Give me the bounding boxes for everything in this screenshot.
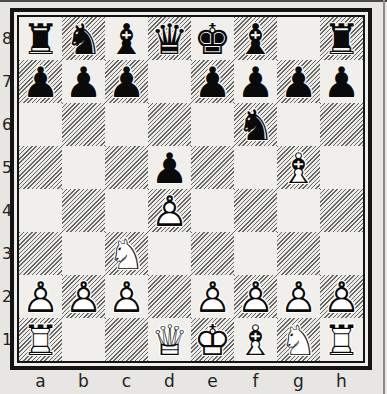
- square-e3: [191, 232, 234, 275]
- file-label-f: f: [234, 371, 277, 391]
- top-edge-line: [0, 0, 387, 2]
- piece-bp-d5-icon: ♟: [148, 146, 191, 189]
- piece-wb-f1-icon: ♝♗: [234, 318, 277, 361]
- piece-wp-d4-icon: ♟♙: [148, 189, 191, 232]
- square-e1: ♚♔: [191, 318, 234, 361]
- square-b5: [62, 146, 105, 189]
- square-f8: ♝: [234, 17, 277, 60]
- square-g8: [277, 17, 320, 60]
- square-c1: [105, 318, 148, 361]
- square-f1: ♝♗: [234, 318, 277, 361]
- piece-bp-h7-icon: ♟: [320, 60, 363, 103]
- chess-board: ♜♞♝♛♚♝♜♟♟♟♟♟♟♟♞♟♝♗♟♙♞♘♟♙♟♙♟♙♟♙♟♙♟♙♟♙♜♖♛♕…: [19, 17, 363, 361]
- square-f7: ♟: [234, 60, 277, 103]
- square-d6: [148, 103, 191, 146]
- square-h3: [320, 232, 363, 275]
- square-g5: ♝♗: [277, 146, 320, 189]
- piece-bp-e7-icon: ♟: [191, 60, 234, 103]
- file-label-b: b: [62, 371, 105, 391]
- square-d4: ♟♙: [148, 189, 191, 232]
- square-e6: [191, 103, 234, 146]
- square-d5: ♟: [148, 146, 191, 189]
- piece-bp-b7-icon: ♟: [62, 60, 105, 103]
- file-label-a: a: [19, 371, 62, 391]
- piece-wp-b2-icon: ♟♙: [62, 275, 105, 318]
- file-label-h: h: [320, 371, 363, 391]
- file-label-e: e: [191, 371, 234, 391]
- piece-bq-d8-icon: ♛: [148, 17, 191, 60]
- square-b2: ♟♙: [62, 275, 105, 318]
- square-a3: [19, 232, 62, 275]
- square-a6: [19, 103, 62, 146]
- right-edge-line: [383, 0, 385, 394]
- piece-br-h8-icon: ♜: [320, 17, 363, 60]
- square-e7: ♟: [191, 60, 234, 103]
- square-f3: [234, 232, 277, 275]
- piece-wr-a1-icon: ♜♖: [19, 318, 62, 361]
- square-d7: [148, 60, 191, 103]
- piece-wp-g2-icon: ♟♙: [277, 275, 320, 318]
- square-d1: ♛♕: [148, 318, 191, 361]
- square-f2: ♟♙: [234, 275, 277, 318]
- square-c5: [105, 146, 148, 189]
- square-g4: [277, 189, 320, 232]
- piece-wb-g5-icon: ♝♗: [277, 146, 320, 189]
- square-f6: ♞: [234, 103, 277, 146]
- square-c4: [105, 189, 148, 232]
- piece-wk-e1-icon: ♚♔: [191, 318, 234, 361]
- square-h8: ♜: [320, 17, 363, 60]
- square-c6: [105, 103, 148, 146]
- piece-bk-e8-icon: ♚: [191, 17, 234, 60]
- square-g1: ♞♘: [277, 318, 320, 361]
- chess-diagram: 87654321 ♜♞♝♛♚♝♜♟♟♟♟♟♟♟♞♟♝♗♟♙♞♘♟♙♟♙♟♙♟♙♟…: [0, 0, 387, 394]
- square-f5: [234, 146, 277, 189]
- piece-bb-f8-icon: ♝: [234, 17, 277, 60]
- square-b3: [62, 232, 105, 275]
- square-b8: ♞: [62, 17, 105, 60]
- square-a7: ♟: [19, 60, 62, 103]
- piece-bn-f6-icon: ♞: [234, 103, 277, 146]
- file-label-d: d: [148, 371, 191, 391]
- square-g6: [277, 103, 320, 146]
- piece-bp-g7-icon: ♟: [277, 60, 320, 103]
- piece-wn-g1-icon: ♞♘: [277, 318, 320, 361]
- piece-bp-f7-icon: ♟: [234, 60, 277, 103]
- piece-wp-c2-icon: ♟♙: [105, 275, 148, 318]
- board-inner-border: ♜♞♝♛♚♝♜♟♟♟♟♟♟♟♞♟♝♗♟♙♞♘♟♙♟♙♟♙♟♙♟♙♟♙♟♙♜♖♛♕…: [17, 15, 365, 363]
- piece-bp-c7-icon: ♟: [105, 60, 148, 103]
- square-b1: [62, 318, 105, 361]
- piece-br-a8-icon: ♜: [19, 17, 62, 60]
- piece-wp-e2-icon: ♟♙: [191, 275, 234, 318]
- piece-wp-h2-icon: ♟♙: [320, 275, 363, 318]
- square-h2: ♟♙: [320, 275, 363, 318]
- square-c7: ♟: [105, 60, 148, 103]
- square-a2: ♟♙: [19, 275, 62, 318]
- square-f4: [234, 189, 277, 232]
- square-e5: [191, 146, 234, 189]
- square-a8: ♜: [19, 17, 62, 60]
- piece-wq-d1-icon: ♛♕: [148, 318, 191, 361]
- square-c3: ♞♘: [105, 232, 148, 275]
- board-frame: ♜♞♝♛♚♝♜♟♟♟♟♟♟♟♞♟♝♗♟♙♞♘♟♙♟♙♟♙♟♙♟♙♟♙♟♙♜♖♛♕…: [10, 8, 372, 370]
- file-label-c: c: [105, 371, 148, 391]
- square-h5: [320, 146, 363, 189]
- square-b6: [62, 103, 105, 146]
- square-b7: ♟: [62, 60, 105, 103]
- square-b4: [62, 189, 105, 232]
- square-e4: [191, 189, 234, 232]
- square-h7: ♟: [320, 60, 363, 103]
- file-label-g: g: [277, 371, 320, 391]
- square-d8: ♛: [148, 17, 191, 60]
- square-h4: [320, 189, 363, 232]
- square-g7: ♟: [277, 60, 320, 103]
- piece-wp-f2-icon: ♟♙: [234, 275, 277, 318]
- square-d2: [148, 275, 191, 318]
- square-h6: [320, 103, 363, 146]
- piece-bp-a7-icon: ♟: [19, 60, 62, 103]
- file-labels: abcdefgh: [19, 371, 363, 391]
- piece-bb-c8-icon: ♝: [105, 17, 148, 60]
- square-e8: ♚: [191, 17, 234, 60]
- square-a1: ♜♖: [19, 318, 62, 361]
- square-e2: ♟♙: [191, 275, 234, 318]
- piece-wp-a2-icon: ♟♙: [19, 275, 62, 318]
- square-a5: [19, 146, 62, 189]
- square-h1: ♜♖: [320, 318, 363, 361]
- piece-wn-c3-icon: ♞♘: [105, 232, 148, 275]
- square-d3: [148, 232, 191, 275]
- square-c2: ♟♙: [105, 275, 148, 318]
- square-g2: ♟♙: [277, 275, 320, 318]
- piece-wr-h1-icon: ♜♖: [320, 318, 363, 361]
- piece-bn-b8-icon: ♞: [62, 17, 105, 60]
- square-c8: ♝: [105, 17, 148, 60]
- square-a4: [19, 189, 62, 232]
- square-g3: [277, 232, 320, 275]
